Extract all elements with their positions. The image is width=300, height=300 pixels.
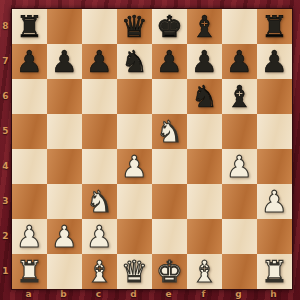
piece-black-pawn[interactable]: ♟: [261, 44, 288, 79]
square-e3[interactable]: [152, 184, 187, 219]
square-b8[interactable]: [47, 9, 82, 44]
square-h7[interactable]: ♟: [257, 44, 292, 79]
square-a2[interactable]: ♟: [12, 219, 47, 254]
square-a1[interactable]: ♜: [12, 254, 47, 289]
square-d8[interactable]: ♛: [117, 9, 152, 44]
piece-black-bishop[interactable]: ♝: [226, 79, 253, 114]
square-h2[interactable]: [257, 219, 292, 254]
square-b2[interactable]: ♟: [47, 219, 82, 254]
piece-white-pawn[interactable]: ♟: [261, 184, 288, 219]
piece-white-pawn[interactable]: ♟: [226, 149, 253, 184]
rank-label-3: 3: [0, 183, 11, 218]
piece-black-pawn[interactable]: ♟: [86, 44, 113, 79]
square-a4[interactable]: [12, 149, 47, 184]
piece-black-rook[interactable]: ♜: [261, 9, 288, 44]
square-c6[interactable]: [82, 79, 117, 114]
piece-white-rook[interactable]: ♜: [261, 254, 288, 289]
square-h4[interactable]: [257, 149, 292, 184]
piece-black-pawn[interactable]: ♟: [191, 44, 218, 79]
square-h6[interactable]: [257, 79, 292, 114]
square-f2[interactable]: [187, 219, 222, 254]
square-g6[interactable]: ♝: [222, 79, 257, 114]
square-e7[interactable]: ♟: [152, 44, 187, 79]
square-d4[interactable]: ♟: [117, 149, 152, 184]
rank-label-7: 7: [0, 43, 11, 78]
square-e4[interactable]: [152, 149, 187, 184]
square-b5[interactable]: [47, 114, 82, 149]
rank-label-6: 6: [0, 78, 11, 113]
square-b6[interactable]: [47, 79, 82, 114]
piece-black-bishop[interactable]: ♝: [191, 9, 218, 44]
square-d5[interactable]: [117, 114, 152, 149]
square-c2[interactable]: ♟: [82, 219, 117, 254]
square-g3[interactable]: [222, 184, 257, 219]
square-e8[interactable]: ♚: [152, 9, 187, 44]
piece-black-pawn[interactable]: ♟: [156, 44, 183, 79]
square-f1[interactable]: ♝: [187, 254, 222, 289]
square-h5[interactable]: [257, 114, 292, 149]
square-a6[interactable]: [12, 79, 47, 114]
piece-white-bishop[interactable]: ♝: [86, 254, 113, 289]
square-e5[interactable]: ♞: [152, 114, 187, 149]
square-f4[interactable]: [187, 149, 222, 184]
square-d7[interactable]: ♞: [117, 44, 152, 79]
square-g1[interactable]: [222, 254, 257, 289]
piece-white-knight[interactable]: ♞: [156, 114, 183, 149]
rank-label-2: 2: [0, 218, 11, 253]
square-h1[interactable]: ♜: [257, 254, 292, 289]
piece-white-queen[interactable]: ♛: [121, 254, 148, 289]
square-d1[interactable]: ♛: [117, 254, 152, 289]
piece-black-pawn[interactable]: ♟: [226, 44, 253, 79]
square-b4[interactable]: [47, 149, 82, 184]
square-c8[interactable]: [82, 9, 117, 44]
piece-black-king[interactable]: ♚: [156, 9, 183, 44]
square-b1[interactable]: [47, 254, 82, 289]
rank-labels: 87654321: [0, 8, 11, 288]
piece-white-king[interactable]: ♚: [156, 254, 183, 289]
piece-black-pawn[interactable]: ♟: [51, 44, 78, 79]
piece-black-queen[interactable]: ♛: [121, 9, 148, 44]
rank-label-5: 5: [0, 113, 11, 148]
piece-white-rook[interactable]: ♜: [16, 254, 43, 289]
square-b3[interactable]: [47, 184, 82, 219]
square-c7[interactable]: ♟: [82, 44, 117, 79]
rank-label-8: 8: [0, 8, 11, 43]
piece-black-knight[interactable]: ♞: [121, 44, 148, 79]
piece-white-pawn[interactable]: ♟: [16, 219, 43, 254]
square-e2[interactable]: [152, 219, 187, 254]
square-c1[interactable]: ♝: [82, 254, 117, 289]
square-f7[interactable]: ♟: [187, 44, 222, 79]
square-c4[interactable]: [82, 149, 117, 184]
square-f6[interactable]: ♞: [187, 79, 222, 114]
square-g7[interactable]: ♟: [222, 44, 257, 79]
chess-board: ♜♛♚♝♜♟♟♟♞♟♟♟♟♞♝♞♟♟♞♟♟♟♟♜♝♛♚♝♜: [11, 8, 293, 290]
square-g5[interactable]: [222, 114, 257, 149]
piece-white-pawn[interactable]: ♟: [86, 219, 113, 254]
square-f3[interactable]: [187, 184, 222, 219]
square-d2[interactable]: [117, 219, 152, 254]
piece-black-rook[interactable]: ♜: [16, 9, 43, 44]
square-a5[interactable]: [12, 114, 47, 149]
square-f8[interactable]: ♝: [187, 9, 222, 44]
square-c3[interactable]: ♞: [82, 184, 117, 219]
square-b7[interactable]: ♟: [47, 44, 82, 79]
piece-black-knight[interactable]: ♞: [191, 79, 218, 114]
piece-white-pawn[interactable]: ♟: [51, 219, 78, 254]
piece-white-pawn[interactable]: ♟: [121, 149, 148, 184]
square-h3[interactable]: ♟: [257, 184, 292, 219]
wood-frame: 87654321 abcdefgh ♜♛♚♝♜♟♟♟♞♟♟♟♟♞♝♞♟♟♞♟♟♟…: [0, 0, 300, 300]
square-h8[interactable]: ♜: [257, 9, 292, 44]
rank-label-1: 1: [0, 253, 11, 288]
square-d6[interactable]: [117, 79, 152, 114]
piece-black-pawn[interactable]: ♟: [16, 44, 43, 79]
square-a8[interactable]: ♜: [12, 9, 47, 44]
piece-white-knight[interactable]: ♞: [86, 184, 113, 219]
square-a3[interactable]: [12, 184, 47, 219]
square-c5[interactable]: [82, 114, 117, 149]
square-e6[interactable]: [152, 79, 187, 114]
square-a7[interactable]: ♟: [12, 44, 47, 79]
square-g2[interactable]: [222, 219, 257, 254]
piece-white-bishop[interactable]: ♝: [191, 254, 218, 289]
square-g4[interactable]: ♟: [222, 149, 257, 184]
rank-label-4: 4: [0, 148, 11, 183]
square-d3[interactable]: [117, 184, 152, 219]
square-g8[interactable]: [222, 9, 257, 44]
square-f5[interactable]: [187, 114, 222, 149]
square-e1[interactable]: ♚: [152, 254, 187, 289]
